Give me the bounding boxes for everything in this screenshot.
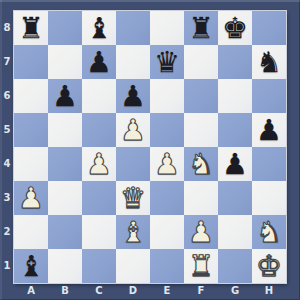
square-h8[interactable] xyxy=(252,11,286,45)
square-g1[interactable] xyxy=(218,249,252,283)
white-knight-h2[interactable]: ♞ xyxy=(252,215,286,249)
square-c1[interactable] xyxy=(82,249,116,283)
black-pawn-g4[interactable]: ♟ xyxy=(218,147,252,181)
black-rook-a8[interactable]: ♜ xyxy=(14,11,48,45)
white-bishop-d2[interactable]: ♝ xyxy=(116,215,150,249)
square-d7[interactable] xyxy=(116,45,150,79)
file-label-d: D xyxy=(116,284,150,299)
black-queen-e7[interactable]: ♛ xyxy=(150,45,184,79)
square-h4[interactable] xyxy=(252,147,286,181)
rank-label-5: 5 xyxy=(0,113,14,147)
white-pawn-c4[interactable]: ♟ xyxy=(82,147,116,181)
rank-labels: 87654321 xyxy=(0,11,14,283)
white-pawn-a3[interactable]: ♟ xyxy=(14,181,48,215)
black-bishop-c8[interactable]: ♝ xyxy=(82,11,116,45)
square-d2[interactable]: ♝ xyxy=(116,215,150,249)
square-a2[interactable] xyxy=(14,215,48,249)
square-b2[interactable] xyxy=(48,215,82,249)
square-d5[interactable]: ♟ xyxy=(116,113,150,147)
square-d8[interactable] xyxy=(116,11,150,45)
rank-label-8: 8 xyxy=(0,11,14,45)
rank-label-2: 2 xyxy=(0,215,14,249)
square-f8[interactable]: ♜ xyxy=(184,11,218,45)
white-rook-f1[interactable]: ♜ xyxy=(184,249,218,283)
square-f2[interactable]: ♟ xyxy=(184,215,218,249)
black-pawn-c7[interactable]: ♟ xyxy=(82,45,116,79)
white-pawn-e4[interactable]: ♟ xyxy=(150,147,184,181)
white-pawn-f2[interactable]: ♟ xyxy=(184,215,218,249)
square-c2[interactable] xyxy=(82,215,116,249)
square-f4[interactable]: ♞ xyxy=(184,147,218,181)
white-king-h1[interactable]: ♚ xyxy=(252,249,286,283)
square-g3[interactable] xyxy=(218,181,252,215)
black-pawn-b6[interactable]: ♟ xyxy=(48,79,82,113)
rank-label-6: 6 xyxy=(0,79,14,113)
square-e5[interactable] xyxy=(150,113,184,147)
square-d6[interactable]: ♟ xyxy=(116,79,150,113)
square-g7[interactable] xyxy=(218,45,252,79)
file-label-c: C xyxy=(82,284,116,299)
square-e4[interactable]: ♟ xyxy=(150,147,184,181)
file-label-e: E xyxy=(150,284,184,299)
square-c3[interactable] xyxy=(82,181,116,215)
square-h2[interactable]: ♞ xyxy=(252,215,286,249)
file-label-f: F xyxy=(184,284,218,299)
black-bishop-a1[interactable]: ♝ xyxy=(14,249,48,283)
square-h5[interactable]: ♟ xyxy=(252,113,286,147)
rank-label-1: 1 xyxy=(0,249,14,283)
square-e8[interactable] xyxy=(150,11,184,45)
square-d3[interactable]: ♛ xyxy=(116,181,150,215)
square-g5[interactable] xyxy=(218,113,252,147)
square-b3[interactable] xyxy=(48,181,82,215)
file-label-a: A xyxy=(14,284,48,299)
square-a1[interactable]: ♝ xyxy=(14,249,48,283)
square-a8[interactable]: ♜ xyxy=(14,11,48,45)
black-pawn-h5[interactable]: ♟ xyxy=(252,113,286,147)
square-f7[interactable] xyxy=(184,45,218,79)
square-b6[interactable]: ♟ xyxy=(48,79,82,113)
square-b4[interactable] xyxy=(48,147,82,181)
file-labels: ABCDEFGH xyxy=(14,284,286,299)
white-pawn-d5[interactable]: ♟ xyxy=(116,113,150,147)
rank-label-7: 7 xyxy=(0,45,14,79)
square-b7[interactable] xyxy=(48,45,82,79)
board: ♜♝♜♚♟♛♞♟♟♟♟♟♟♞♟♟♛♝♟♞♝♜♚ xyxy=(14,11,286,283)
file-label-b: B xyxy=(48,284,82,299)
square-g8[interactable]: ♚ xyxy=(218,11,252,45)
square-h7[interactable]: ♞ xyxy=(252,45,286,79)
square-b1[interactable] xyxy=(48,249,82,283)
square-a4[interactable] xyxy=(14,147,48,181)
square-c5[interactable] xyxy=(82,113,116,147)
square-e2[interactable] xyxy=(150,215,184,249)
square-b8[interactable] xyxy=(48,11,82,45)
file-label-h: H xyxy=(252,284,286,299)
square-c6[interactable] xyxy=(82,79,116,113)
square-c8[interactable]: ♝ xyxy=(82,11,116,45)
square-b5[interactable] xyxy=(48,113,82,147)
square-g4[interactable]: ♟ xyxy=(218,147,252,181)
square-a6[interactable] xyxy=(14,79,48,113)
white-queen-d3[interactable]: ♛ xyxy=(116,181,150,215)
file-label-g: G xyxy=(218,284,252,299)
square-f5[interactable] xyxy=(184,113,218,147)
chess-diagram: 87654321 ♜♝♜♚♟♛♞♟♟♟♟♟♟♞♟♟♛♝♟♞♝♜♚ ABCDEFG… xyxy=(0,0,300,300)
square-g2[interactable] xyxy=(218,215,252,249)
square-h1[interactable]: ♚ xyxy=(252,249,286,283)
rank-label-3: 3 xyxy=(0,181,14,215)
black-pawn-d6[interactable]: ♟ xyxy=(116,79,150,113)
square-a3[interactable]: ♟ xyxy=(14,181,48,215)
square-e7[interactable]: ♛ xyxy=(150,45,184,79)
square-c7[interactable]: ♟ xyxy=(82,45,116,79)
square-h3[interactable] xyxy=(252,181,286,215)
square-f1[interactable]: ♜ xyxy=(184,249,218,283)
square-d1[interactable] xyxy=(116,249,150,283)
black-knight-h7[interactable]: ♞ xyxy=(252,45,286,79)
square-d4[interactable] xyxy=(116,147,150,181)
square-c4[interactable]: ♟ xyxy=(82,147,116,181)
square-f6[interactable] xyxy=(184,79,218,113)
square-f3[interactable] xyxy=(184,181,218,215)
square-e6[interactable] xyxy=(150,79,184,113)
square-e3[interactable] xyxy=(150,181,184,215)
rank-label-4: 4 xyxy=(0,147,14,181)
square-a7[interactable] xyxy=(14,45,48,79)
square-a5[interactable] xyxy=(14,113,48,147)
square-g6[interactable] xyxy=(218,79,252,113)
square-h6[interactable] xyxy=(252,79,286,113)
white-knight-f4[interactable]: ♞ xyxy=(184,147,218,181)
black-king-g8[interactable]: ♚ xyxy=(218,11,252,45)
square-e1[interactable] xyxy=(150,249,184,283)
black-rook-f8[interactable]: ♜ xyxy=(184,11,218,45)
